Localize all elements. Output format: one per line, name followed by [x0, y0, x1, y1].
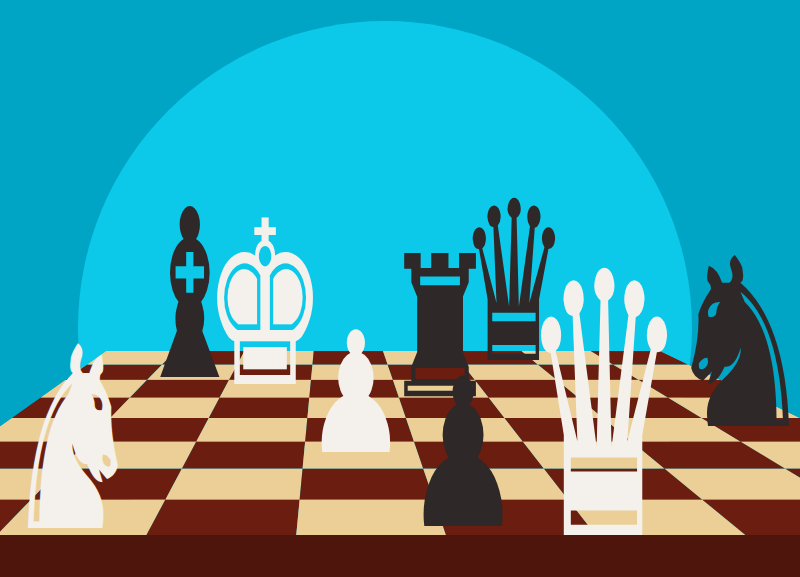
square-c3[interactable]	[182, 441, 305, 468]
white-pawn[interactable]: ♟	[305, 296, 407, 491]
white-knight[interactable]: ♞	[3, 294, 144, 577]
chessboard: ♛♝♚♜♞♟♟♞♛	[0, 0, 800, 577]
illustration-canvas: ♛♝♚♜♞♟♟♞♛	[0, 0, 800, 577]
white-queen[interactable]: ♛	[520, 195, 687, 577]
square-c1[interactable]	[147, 499, 300, 535]
square-c2[interactable]	[165, 468, 302, 499]
black-pawn[interactable]: ♟	[404, 334, 522, 575]
